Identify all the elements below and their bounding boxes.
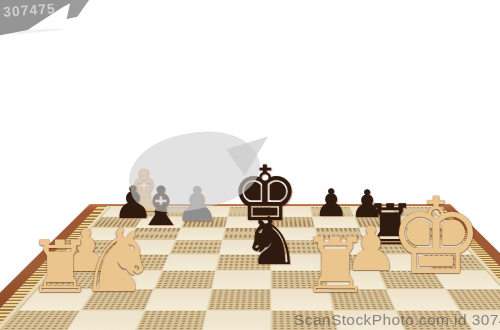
- white-pawn: ♟: [57, 222, 115, 280]
- black-pawn: ♟: [312, 184, 350, 222]
- white-knight: ♞: [74, 217, 162, 305]
- black-rook: ♜: [362, 197, 418, 253]
- white-rook: ♜: [24, 231, 96, 303]
- stock-photo-canvas: ♝♟♝♟♚♟♟♜♞♜♟♞♜♟♚ 307475 ScanStockPhoto.co…: [0, 0, 500, 330]
- black-pawn: ♟: [348, 185, 386, 223]
- white-rook: ♜: [297, 228, 373, 304]
- black-knight: ♞: [238, 209, 304, 275]
- white-king: ♚: [383, 184, 489, 290]
- white-pawn: ♟: [341, 218, 402, 279]
- watermark-bottom-text: ScanStockPhoto.com id 307475: [294, 311, 500, 329]
